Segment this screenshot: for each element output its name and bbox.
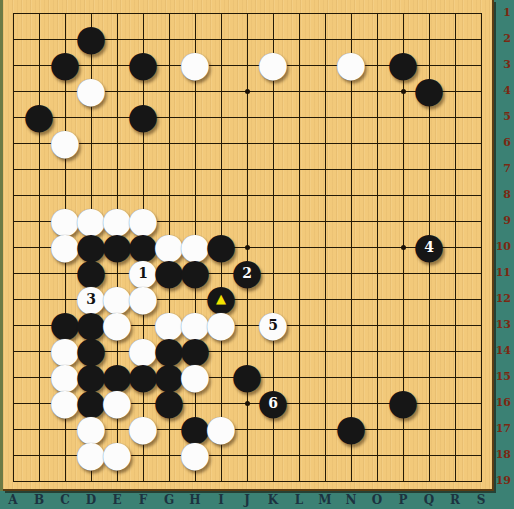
row-label: 2 (493, 32, 514, 46)
white-stone: ● (208, 312, 234, 338)
row-label: 15 (493, 370, 514, 384)
column-label: Q (419, 493, 439, 508)
hoshi-dot (245, 89, 250, 94)
row-label: 9 (493, 214, 514, 228)
row-label: 3 (493, 58, 514, 72)
goban[interactable]: ●●●●●●●●●●●●●●●●●●●●●●●●4●●1●●●2●3●●●▲●●… (3, 0, 494, 491)
row-label: 18 (493, 448, 514, 462)
hoshi-dot (401, 89, 406, 94)
row-label: 8 (493, 188, 514, 202)
stone-glyph: ● (257, 311, 288, 337)
black-stone: ●6 (260, 390, 286, 416)
stone-glyph: ● (335, 415, 366, 441)
column-label: R (445, 493, 465, 508)
go-diagram: ●●●●●●●●●●●●●●●●●●●●●●●●4●●1●●●2●3●●●▲●●… (0, 0, 514, 509)
hoshi-dot (245, 245, 250, 250)
column-label: B (29, 493, 49, 508)
row-label: 12 (493, 292, 514, 306)
column-label: O (367, 493, 387, 508)
row-label: 4 (493, 84, 514, 98)
column-label: H (185, 493, 205, 508)
column-label: N (341, 493, 361, 508)
white-stone: ● (78, 78, 104, 104)
white-stone: ● (260, 52, 286, 78)
black-stone: ●4 (416, 234, 442, 260)
column-label: C (55, 493, 75, 508)
column-label: K (263, 493, 283, 508)
row-label: 13 (493, 318, 514, 332)
column-label: S (471, 493, 491, 508)
column-label: G (159, 493, 179, 508)
stone-glyph: ● (101, 441, 132, 467)
stone-glyph: ● (413, 77, 444, 103)
column-label: L (289, 493, 309, 508)
row-label: 14 (493, 344, 514, 358)
row-label: 11 (493, 266, 514, 280)
row-label: 10 (493, 240, 514, 254)
white-stone: ● (208, 416, 234, 442)
column-label: J (237, 493, 257, 508)
white-stone: ● (104, 442, 130, 468)
stone-glyph: ● (49, 129, 80, 155)
black-stone: ● (78, 26, 104, 52)
row-label: 16 (493, 396, 514, 410)
stone-glyph: ● (179, 441, 210, 467)
column-label: I (211, 493, 231, 508)
white-stone: ●5 (260, 312, 286, 338)
stone-glyph: ● (127, 103, 158, 129)
stone-glyph: ● (127, 51, 158, 77)
hoshi-dot (245, 401, 250, 406)
row-label: 19 (493, 474, 514, 488)
stone-glyph: ● (387, 389, 418, 415)
column-label: E (107, 493, 127, 508)
hoshi-dot (401, 245, 406, 250)
black-stone: ● (338, 416, 364, 442)
black-stone: ● (130, 104, 156, 130)
white-stone: ● (130, 416, 156, 442)
row-label: 6 (493, 136, 514, 150)
column-label: A (3, 493, 23, 508)
column-label: D (81, 493, 101, 508)
stone-glyph: ● (335, 51, 366, 77)
white-stone: ● (182, 364, 208, 390)
stone-glyph: ● (413, 233, 444, 259)
row-label: 7 (493, 162, 514, 176)
stone-glyph: ● (179, 51, 210, 77)
white-stone: ● (338, 52, 364, 78)
white-stone: ● (182, 442, 208, 468)
stone-glyph: ● (257, 389, 288, 415)
white-stone: ● (182, 52, 208, 78)
row-label: 1 (493, 6, 514, 20)
black-stone: ● (130, 52, 156, 78)
black-stone: ● (416, 78, 442, 104)
stone-glyph: ● (257, 51, 288, 77)
black-stone: ● (390, 390, 416, 416)
black-stone: ●2 (234, 260, 260, 286)
column-label: M (315, 493, 335, 508)
column-label: P (393, 493, 413, 508)
stone-glyph: ● (75, 77, 106, 103)
column-label: F (133, 493, 153, 508)
white-stone: ● (52, 130, 78, 156)
row-label: 5 (493, 110, 514, 124)
row-label: 17 (493, 422, 514, 436)
